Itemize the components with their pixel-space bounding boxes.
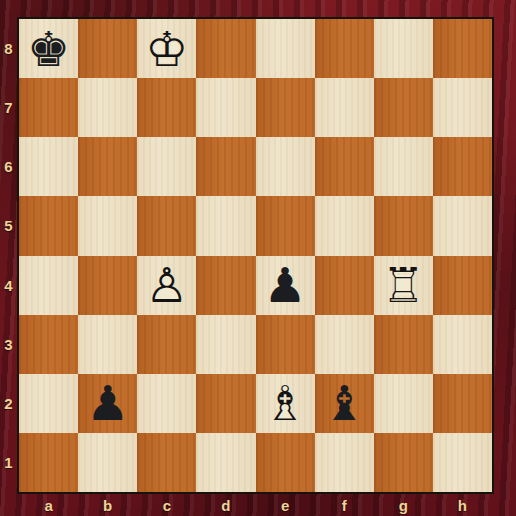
file-label-b: b <box>78 494 137 516</box>
square-a2[interactable] <box>19 374 78 433</box>
file-label-d: d <box>196 494 255 516</box>
file-label-e: e <box>256 494 315 516</box>
square-f6[interactable] <box>315 137 374 196</box>
black-bishop-f2-piece[interactable]: ♝ <box>315 374 374 433</box>
white-rook-icon: ♖ <box>374 256 433 315</box>
square-f1[interactable] <box>315 433 374 492</box>
square-h8[interactable] <box>433 19 492 78</box>
square-g2[interactable] <box>374 374 433 433</box>
square-g4[interactable]: ♜♖ <box>374 256 433 315</box>
square-d5[interactable] <box>196 196 255 255</box>
square-f8[interactable] <box>315 19 374 78</box>
square-e3[interactable] <box>256 315 315 374</box>
square-b1[interactable] <box>78 433 137 492</box>
square-e5[interactable] <box>256 196 315 255</box>
square-g5[interactable] <box>374 196 433 255</box>
white-rook-g4-piece[interactable]: ♜♖ <box>374 256 433 315</box>
square-d7[interactable] <box>196 78 255 137</box>
square-f5[interactable] <box>315 196 374 255</box>
square-e2[interactable]: ♝♗ <box>256 374 315 433</box>
square-b7[interactable] <box>78 78 137 137</box>
square-e7[interactable] <box>256 78 315 137</box>
rank-label-8: 8 <box>0 19 17 78</box>
square-f2[interactable]: ♝ <box>315 374 374 433</box>
rank-label-3: 3 <box>0 315 17 374</box>
square-f7[interactable] <box>315 78 374 137</box>
file-label-h: h <box>433 494 492 516</box>
file-label-f: f <box>315 494 374 516</box>
square-h3[interactable] <box>433 315 492 374</box>
square-c6[interactable] <box>137 137 196 196</box>
black-pawn-b2-piece[interactable]: ♟ <box>78 374 137 433</box>
square-h7[interactable] <box>433 78 492 137</box>
square-b6[interactable] <box>78 137 137 196</box>
square-c8[interactable]: ♚♔ <box>137 19 196 78</box>
square-d2[interactable] <box>196 374 255 433</box>
square-e1[interactable] <box>256 433 315 492</box>
square-b2[interactable]: ♟ <box>78 374 137 433</box>
square-f4[interactable] <box>315 256 374 315</box>
chess-board-screenshot: 87654321 abcdefgh ♚♚♔♟♙♟♜♖♟♝♗♝ <box>0 0 516 516</box>
square-a6[interactable] <box>19 137 78 196</box>
square-a4[interactable] <box>19 256 78 315</box>
square-g1[interactable] <box>374 433 433 492</box>
file-label-c: c <box>137 494 196 516</box>
square-b5[interactable] <box>78 196 137 255</box>
square-h2[interactable] <box>433 374 492 433</box>
square-a5[interactable] <box>19 196 78 255</box>
square-e8[interactable] <box>256 19 315 78</box>
black-pawn-e4-piece[interactable]: ♟ <box>256 256 315 315</box>
square-a8[interactable]: ♚ <box>19 19 78 78</box>
square-h6[interactable] <box>433 137 492 196</box>
square-h4[interactable] <box>433 256 492 315</box>
rank-label-6: 6 <box>0 137 17 196</box>
rank-label-5: 5 <box>0 196 17 255</box>
file-label-g: g <box>374 494 433 516</box>
file-labels: abcdefgh <box>19 494 492 516</box>
square-d1[interactable] <box>196 433 255 492</box>
rank-label-7: 7 <box>0 78 17 137</box>
square-f3[interactable] <box>315 315 374 374</box>
square-d4[interactable] <box>196 256 255 315</box>
square-e6[interactable] <box>256 137 315 196</box>
square-d6[interactable] <box>196 137 255 196</box>
square-h1[interactable] <box>433 433 492 492</box>
chess-board: ♚♚♔♟♙♟♜♖♟♝♗♝ <box>17 17 494 494</box>
square-b3[interactable] <box>78 315 137 374</box>
square-g8[interactable] <box>374 19 433 78</box>
square-d8[interactable] <box>196 19 255 78</box>
square-b8[interactable] <box>78 19 137 78</box>
rank-label-2: 2 <box>0 374 17 433</box>
square-g3[interactable] <box>374 315 433 374</box>
rank-label-4: 4 <box>0 256 17 315</box>
square-c1[interactable] <box>137 433 196 492</box>
square-g7[interactable] <box>374 78 433 137</box>
square-a1[interactable] <box>19 433 78 492</box>
white-king-icon: ♔ <box>137 19 196 78</box>
white-bishop-e2-piece[interactable]: ♝♗ <box>256 374 315 433</box>
white-pawn-c4-piece[interactable]: ♟♙ <box>137 256 196 315</box>
white-pawn-icon: ♙ <box>137 256 196 315</box>
square-a7[interactable] <box>19 78 78 137</box>
square-h5[interactable] <box>433 196 492 255</box>
white-bishop-icon: ♗ <box>256 374 315 433</box>
file-label-a: a <box>19 494 78 516</box>
square-c4[interactable]: ♟♙ <box>137 256 196 315</box>
rank-label-1: 1 <box>0 433 17 492</box>
square-e4[interactable]: ♟ <box>256 256 315 315</box>
square-g6[interactable] <box>374 137 433 196</box>
square-c2[interactable] <box>137 374 196 433</box>
square-c5[interactable] <box>137 196 196 255</box>
square-c7[interactable] <box>137 78 196 137</box>
black-king-a8-piece[interactable]: ♚ <box>19 19 78 78</box>
square-c3[interactable] <box>137 315 196 374</box>
square-b4[interactable] <box>78 256 137 315</box>
rank-labels: 87654321 <box>0 19 17 492</box>
square-d3[interactable] <box>196 315 255 374</box>
square-a3[interactable] <box>19 315 78 374</box>
white-king-c8-piece[interactable]: ♚♔ <box>137 19 196 78</box>
